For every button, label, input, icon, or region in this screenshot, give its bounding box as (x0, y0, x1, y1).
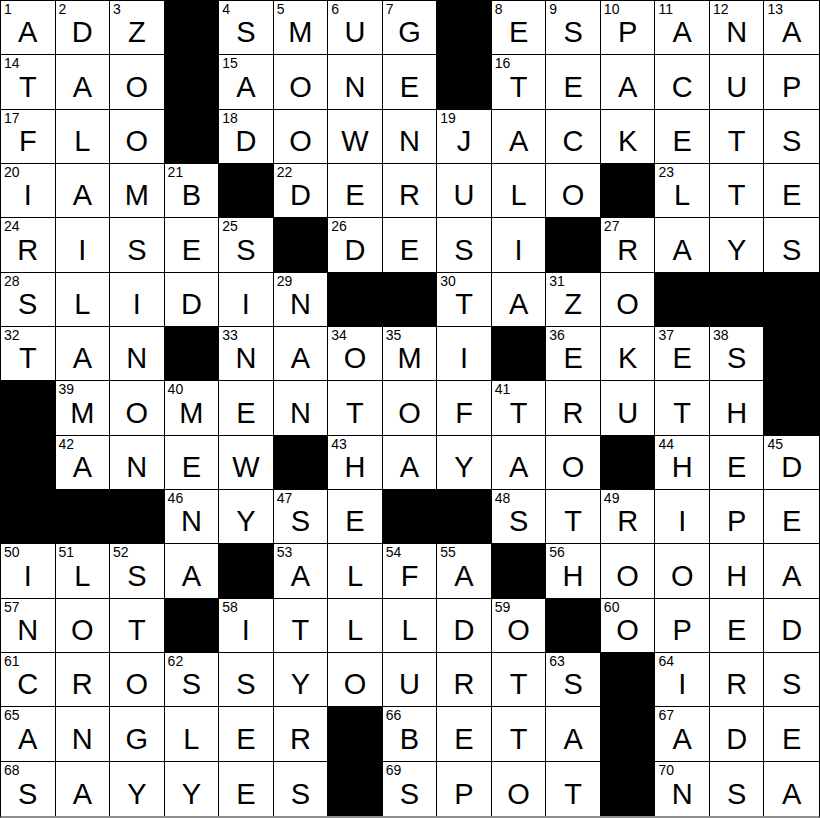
grid-cell[interactable]: Y (219, 490, 274, 544)
cell-letter: D (781, 453, 802, 489)
grid-cell[interactable]: I (655, 490, 710, 544)
cell-letter: E (727, 616, 746, 652)
cell-number: 52 (113, 545, 129, 560)
grid-cell[interactable]: 58I (219, 599, 274, 653)
cell-letter: S (400, 780, 419, 816)
grid-cell[interactable]: E (328, 164, 383, 218)
cell-letter: O (562, 453, 585, 489)
grid-cell[interactable]: N (328, 55, 383, 109)
cell-letter: A (782, 562, 801, 598)
cell-letter: N (290, 290, 311, 326)
grid-cell[interactable]: S (764, 110, 819, 164)
cell-letter: H (563, 562, 584, 598)
grid-cell[interactable]: E (710, 436, 765, 490)
grid-cell[interactable]: 42A (56, 436, 111, 490)
grid-cell[interactable]: D (764, 599, 819, 653)
cell-letter: Y (727, 236, 746, 272)
black-cell (274, 436, 329, 490)
black-cell (655, 273, 710, 327)
grid-cell[interactable]: U (437, 164, 492, 218)
cell-letter: A (672, 18, 691, 54)
cell-letter: E (236, 399, 255, 435)
grid-cell[interactable]: N (383, 110, 438, 164)
grid-cell[interactable]: L (383, 599, 438, 653)
cell-number: 11 (658, 2, 673, 17)
cell-letter: T (346, 399, 364, 435)
grid-cell[interactable]: E (655, 110, 710, 164)
grid-cell[interactable]: 7G (383, 1, 438, 55)
cell-letter: T (728, 127, 746, 163)
grid-cell[interactable]: Y (274, 653, 329, 707)
cell-letter: A (73, 453, 92, 489)
cell-letter: L (74, 290, 90, 326)
grid-cell[interactable]: U (710, 55, 765, 109)
grid-cell[interactable]: 8E (492, 1, 547, 55)
grid-cell[interactable]: O (56, 599, 111, 653)
cell-letter: O (126, 127, 149, 163)
grid-cell[interactable]: E (383, 55, 438, 109)
cell-letter: D (290, 181, 311, 217)
grid-cell[interactable]: L (56, 273, 111, 327)
grid-cell[interactable]: 68S (1, 762, 56, 816)
grid-cell[interactable]: 49R (601, 490, 656, 544)
grid-cell[interactable]: A (274, 327, 329, 381)
grid-cell[interactable]: A (764, 544, 819, 598)
grid-cell[interactable]: 46N (165, 490, 220, 544)
black-cell (601, 436, 656, 490)
black-cell (437, 1, 492, 55)
grid-cell[interactable]: S (110, 218, 165, 272)
grid-cell[interactable]: O (546, 164, 601, 218)
grid-cell[interactable]: 29N (274, 273, 329, 327)
grid-cell[interactable]: W (328, 110, 383, 164)
grid-cell[interactable]: E (437, 707, 492, 761)
grid-cell[interactable]: 64I (655, 653, 710, 707)
grid-cell[interactable]: 43H (328, 436, 383, 490)
grid-cell[interactable]: D (165, 273, 220, 327)
cell-letter: H (726, 399, 747, 435)
grid-cell[interactable]: 23L (655, 164, 710, 218)
grid-cell[interactable]: S (764, 653, 819, 707)
grid-cell[interactable]: E (764, 707, 819, 761)
grid-cell[interactable]: T (110, 599, 165, 653)
grid-cell[interactable]: N (110, 327, 165, 381)
grid-cell[interactable]: 54F (383, 544, 438, 598)
cell-number: 33 (222, 328, 238, 343)
grid-cell[interactable]: A (492, 436, 547, 490)
cell-letter: O (616, 290, 639, 326)
cell-letter: A (182, 562, 201, 598)
grid-cell[interactable]: 26D (328, 218, 383, 272)
grid-cell[interactable]: Y (110, 762, 165, 816)
grid-cell[interactable]: 2D (56, 1, 111, 55)
cell-number: 46 (168, 491, 184, 506)
cell-letter: E (182, 453, 201, 489)
grid-cell[interactable]: R (437, 653, 492, 707)
cell-letter: P (618, 18, 637, 54)
grid-cell[interactable]: A (383, 436, 438, 490)
grid-cell[interactable]: G (110, 707, 165, 761)
grid-cell[interactable]: 15A (219, 55, 274, 109)
grid-cell[interactable]: E (328, 490, 383, 544)
grid-cell[interactable]: 16T (492, 55, 547, 109)
grid-cell[interactable]: 36E (546, 327, 601, 381)
grid-cell[interactable]: T (655, 381, 710, 435)
grid-cell[interactable]: 59O (492, 599, 547, 653)
grid-cell[interactable]: T (274, 599, 329, 653)
grid-cell[interactable]: I (110, 273, 165, 327)
grid-cell[interactable]: H (710, 381, 765, 435)
black-cell (1, 381, 56, 435)
cell-letter: E (672, 344, 691, 380)
black-cell (328, 762, 383, 816)
cell-letter: S (782, 127, 801, 163)
grid-cell[interactable]: M (110, 164, 165, 218)
grid-cell[interactable]: S (437, 218, 492, 272)
grid-cell[interactable]: 35M (383, 327, 438, 381)
grid-cell[interactable]: H (710, 544, 765, 598)
cell-letter: A (509, 453, 528, 489)
cell-number: 44 (658, 437, 674, 452)
cell-number: 69 (386, 763, 402, 778)
grid-cell[interactable]: N (56, 707, 111, 761)
grid-cell[interactable]: 30T (437, 273, 492, 327)
grid-cell[interactable]: 39M (56, 381, 111, 435)
cell-letter: L (674, 181, 690, 217)
grid-cell[interactable]: O (655, 544, 710, 598)
grid-cell[interactable]: 4S (219, 1, 274, 55)
cell-letter: S (127, 236, 146, 272)
grid-cell[interactable]: L (165, 707, 220, 761)
cell-letter: A (73, 780, 92, 816)
cell-letter: B (182, 181, 201, 217)
black-cell (219, 544, 274, 598)
cell-number: 55 (440, 545, 456, 560)
grid-cell[interactable]: I (437, 327, 492, 381)
grid-cell[interactable]: 66B (383, 707, 438, 761)
grid-cell[interactable]: E (219, 381, 274, 435)
grid-cell[interactable]: 19J (437, 110, 492, 164)
grid-cell[interactable]: E (710, 599, 765, 653)
cell-letter: S (782, 236, 801, 272)
grid-cell[interactable]: 65A (1, 707, 56, 761)
grid-cell[interactable]: 40M (165, 381, 220, 435)
grid-cell[interactable]: A (56, 164, 111, 218)
grid-cell[interactable]: L (328, 599, 383, 653)
cell-letter: T (728, 181, 746, 217)
grid-cell[interactable]: A (56, 327, 111, 381)
grid-cell[interactable]: A (601, 55, 656, 109)
grid-cell[interactable]: T (546, 762, 601, 816)
grid-cell[interactable]: E (165, 218, 220, 272)
cell-letter: I (678, 507, 686, 543)
cell-letter: O (71, 616, 94, 652)
grid-cell[interactable]: 18D (219, 110, 274, 164)
cell-number: 16 (495, 56, 511, 71)
cell-letter: T (510, 73, 528, 109)
grid-cell[interactable]: 48S (492, 490, 547, 544)
black-cell (328, 273, 383, 327)
cell-letter: S (291, 507, 310, 543)
grid-cell[interactable]: P (655, 599, 710, 653)
grid-cell[interactable]: O (110, 653, 165, 707)
grid-cell[interactable]: E (219, 762, 274, 816)
grid-cell[interactable]: 50I (1, 544, 56, 598)
grid-cell[interactable]: R (546, 381, 601, 435)
cell-number: 54 (386, 545, 402, 560)
cell-letter: S (727, 780, 746, 816)
cell-letter: A (509, 127, 528, 163)
cell-letter: M (179, 399, 203, 435)
grid-cell[interactable]: 62S (165, 653, 220, 707)
grid-cell[interactable]: A (764, 762, 819, 816)
grid-cell[interactable]: 3Z (110, 1, 165, 55)
grid-cell[interactable]: S (710, 762, 765, 816)
grid-cell[interactable]: 20I (1, 164, 56, 218)
black-cell (546, 599, 601, 653)
cell-number: 59 (495, 600, 511, 615)
grid-cell[interactable]: T (328, 381, 383, 435)
grid-cell[interactable]: 70N (655, 762, 710, 816)
cell-letter: E (182, 236, 201, 272)
cell-number: 13 (767, 2, 783, 17)
grid-cell[interactable]: O (274, 55, 329, 109)
grid-cell[interactable]: C (546, 110, 601, 164)
grid-cell[interactable]: O (328, 653, 383, 707)
cell-letter: N (17, 616, 38, 652)
grid-cell[interactable]: E (165, 436, 220, 490)
grid-cell[interactable]: 55A (437, 544, 492, 598)
grid-cell[interactable]: 63S (546, 653, 601, 707)
grid-cell[interactable]: 17F (1, 110, 56, 164)
grid-cell[interactable]: 33N (219, 327, 274, 381)
cell-letter: R (72, 670, 93, 706)
grid-cell[interactable]: 38S (710, 327, 765, 381)
grid-cell[interactable]: I (219, 273, 274, 327)
grid-cell[interactable]: R (56, 653, 111, 707)
grid-cell[interactable]: D (710, 707, 765, 761)
grid-cell[interactable]: 52S (110, 544, 165, 598)
grid-cell[interactable]: 69S (383, 762, 438, 816)
black-cell (437, 490, 492, 544)
grid-cell[interactable]: N (274, 381, 329, 435)
cell-letter: S (291, 780, 310, 816)
grid-cell[interactable]: T (710, 164, 765, 218)
grid-cell[interactable]: A (492, 273, 547, 327)
black-cell (165, 327, 220, 381)
grid-cell[interactable]: 51L (56, 544, 111, 598)
cell-number: 20 (4, 165, 20, 180)
grid-cell[interactable]: O (601, 273, 656, 327)
grid-cell[interactable]: L (56, 110, 111, 164)
cell-letter: L (183, 725, 199, 761)
cell-letter: D (181, 290, 202, 326)
grid-cell[interactable]: K (601, 110, 656, 164)
grid-cell[interactable]: R (383, 164, 438, 218)
grid-cell[interactable]: 11A (655, 1, 710, 55)
cell-letter: L (401, 616, 417, 652)
cell-letter: N (290, 399, 311, 435)
grid-cell[interactable]: 27R (601, 218, 656, 272)
grid-cell[interactable]: Y (437, 436, 492, 490)
grid-cell[interactable]: 60O (601, 599, 656, 653)
grid-cell[interactable]: S (764, 218, 819, 272)
cell-number: 15 (222, 56, 238, 71)
grid-cell[interactable]: E (546, 55, 601, 109)
grid-cell[interactable]: 10P (601, 1, 656, 55)
cell-number: 57 (4, 600, 20, 615)
cell-letter: T (19, 344, 37, 380)
grid-cell[interactable]: U (383, 653, 438, 707)
grid-cell[interactable]: 9S (546, 1, 601, 55)
cell-letter: D (454, 616, 475, 652)
cell-letter: S (563, 18, 582, 54)
grid-cell[interactable]: O (546, 436, 601, 490)
grid-cell[interactable]: 1A (1, 1, 56, 55)
grid-cell[interactable]: A (546, 707, 601, 761)
grid-cell[interactable]: R (710, 653, 765, 707)
cell-letter: O (507, 780, 530, 816)
grid-cell[interactable]: 61C (1, 653, 56, 707)
grid-cell[interactable]: A (56, 55, 111, 109)
grid-cell[interactable]: W (219, 436, 274, 490)
cell-letter: N (235, 344, 256, 380)
cell-letter: T (455, 290, 473, 326)
cell-letter: R (17, 236, 38, 272)
black-cell (328, 707, 383, 761)
cell-letter: W (232, 453, 259, 489)
cell-letter: D (235, 127, 256, 163)
cell-letter: A (400, 453, 419, 489)
cell-letter: S (182, 670, 201, 706)
cell-number: 26 (331, 219, 347, 234)
grid-cell[interactable]: 44H (655, 436, 710, 490)
grid-cell[interactable]: O (110, 110, 165, 164)
cell-letter: E (782, 725, 801, 761)
cell-letter: O (344, 344, 367, 380)
cell-letter: G (398, 18, 421, 54)
grid-cell[interactable]: E (764, 164, 819, 218)
grid-cell[interactable]: L (328, 544, 383, 598)
grid-cell[interactable]: O (601, 544, 656, 598)
cell-letter: E (563, 73, 582, 109)
grid-cell[interactable]: 45D (764, 436, 819, 490)
grid-cell[interactable]: 13A (764, 1, 819, 55)
grid-cell[interactable]: A (492, 110, 547, 164)
grid-cell[interactable]: C (655, 55, 710, 109)
grid-cell[interactable]: Y (710, 218, 765, 272)
grid-cell[interactable]: T (492, 707, 547, 761)
grid-cell[interactable]: S (274, 762, 329, 816)
cell-number: 12 (713, 2, 729, 17)
cell-letter: S (563, 670, 582, 706)
cell-letter: N (126, 453, 147, 489)
grid-cell[interactable]: 6U (328, 1, 383, 55)
cell-letter: B (400, 725, 419, 761)
grid-cell[interactable]: 24R (1, 218, 56, 272)
grid-cell[interactable]: 31Z (546, 273, 601, 327)
grid-cell[interactable]: 57N (1, 599, 56, 653)
grid-cell[interactable]: N (110, 436, 165, 490)
grid-cell[interactable]: 34O (328, 327, 383, 381)
grid-cell[interactable]: L (492, 164, 547, 218)
grid-cell[interactable]: 14T (1, 55, 56, 109)
grid-cell[interactable]: O (383, 381, 438, 435)
grid-cell[interactable]: T (492, 653, 547, 707)
cell-number: 35 (386, 328, 402, 343)
grid-cell[interactable]: 12N (710, 1, 765, 55)
grid-cell[interactable]: O (492, 762, 547, 816)
grid-cell[interactable]: E (383, 218, 438, 272)
grid-cell[interactable]: P (764, 55, 819, 109)
black-cell (601, 164, 656, 218)
grid-cell[interactable]: O (110, 381, 165, 435)
grid-cell[interactable]: F (437, 381, 492, 435)
cell-number: 36 (549, 328, 565, 343)
cell-letter: C (563, 127, 584, 163)
cell-letter: E (454, 725, 473, 761)
cell-letter: T (19, 73, 37, 109)
grid-cell[interactable]: A (56, 762, 111, 816)
grid-cell[interactable]: A (165, 544, 220, 598)
grid-cell[interactable]: R (274, 707, 329, 761)
grid-cell[interactable]: 5M (274, 1, 329, 55)
cell-letter: A (454, 562, 473, 598)
grid-cell[interactable]: T (710, 110, 765, 164)
grid-cell[interactable]: 53A (274, 544, 329, 598)
grid-cell[interactable]: I (56, 218, 111, 272)
grid-cell[interactable]: U (601, 381, 656, 435)
cell-letter: N (726, 18, 747, 54)
grid-cell[interactable]: 56H (546, 544, 601, 598)
grid-cell[interactable]: A (655, 218, 710, 272)
cell-number: 63 (549, 654, 565, 669)
cell-letter: Y (182, 780, 201, 816)
grid-cell[interactable]: E (764, 490, 819, 544)
grid-cell[interactable]: D (437, 599, 492, 653)
cell-number: 22 (277, 165, 293, 180)
black-cell (1, 436, 56, 490)
cell-letter: M (288, 18, 312, 54)
grid-cell[interactable]: 32T (1, 327, 56, 381)
grid-cell[interactable]: 21B (165, 164, 220, 218)
grid-cell[interactable]: 67A (655, 707, 710, 761)
black-cell (492, 327, 547, 381)
grid-cell[interactable]: O (110, 55, 165, 109)
grid-cell[interactable]: T (546, 490, 601, 544)
grid-cell[interactable]: O (274, 110, 329, 164)
grid-cell[interactable]: I (492, 218, 547, 272)
grid-cell[interactable]: 25S (219, 218, 274, 272)
cell-letter: N (72, 725, 93, 761)
grid-cell[interactable]: 47S (274, 490, 329, 544)
grid-cell[interactable]: 28S (1, 273, 56, 327)
grid-cell[interactable]: Y (165, 762, 220, 816)
grid-cell[interactable]: 37E (655, 327, 710, 381)
grid-cell[interactable]: K (601, 327, 656, 381)
grid-cell[interactable]: E (219, 707, 274, 761)
cell-letter: A (509, 290, 528, 326)
grid-cell[interactable]: 22D (274, 164, 329, 218)
black-cell (110, 490, 165, 544)
grid-cell[interactable]: P (437, 762, 492, 816)
grid-cell[interactable]: 41T (492, 381, 547, 435)
grid-cell[interactable]: P (710, 490, 765, 544)
cell-letter: Z (564, 290, 582, 326)
black-cell (219, 164, 274, 218)
cell-letter: A (73, 181, 92, 217)
grid-cell[interactable]: S (219, 653, 274, 707)
